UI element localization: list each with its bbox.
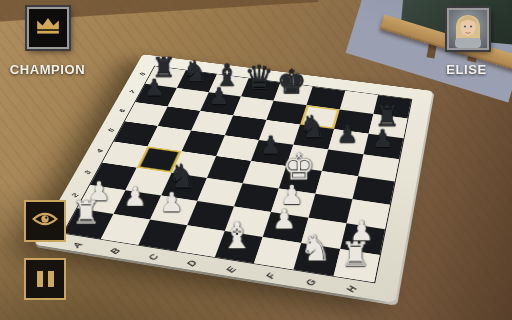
square-e6[interactable] xyxy=(259,120,300,145)
square-g1[interactable]: ♞ xyxy=(294,243,341,276)
champion-badge xyxy=(27,7,69,49)
eye-icon xyxy=(32,211,58,231)
square-d2[interactable] xyxy=(187,201,234,231)
square-a2[interactable]: ♟ xyxy=(77,185,125,214)
square-h6[interactable]: ♟ xyxy=(363,134,403,160)
avatar-image xyxy=(449,10,487,48)
piece-white-rook[interactable]: ♜ xyxy=(328,239,382,271)
crown-icon xyxy=(35,16,61,40)
pause-button[interactable] xyxy=(24,258,66,300)
square-c3[interactable]: ♞ xyxy=(161,173,207,201)
square-h8[interactable] xyxy=(373,95,411,118)
view-button[interactable] xyxy=(24,200,66,242)
square-b7[interactable] xyxy=(168,88,209,111)
avatar xyxy=(447,8,489,50)
player-name-right: ELISE xyxy=(424,62,509,77)
player-name-left: CHAMPION xyxy=(0,62,95,77)
pause-icon xyxy=(37,271,54,287)
